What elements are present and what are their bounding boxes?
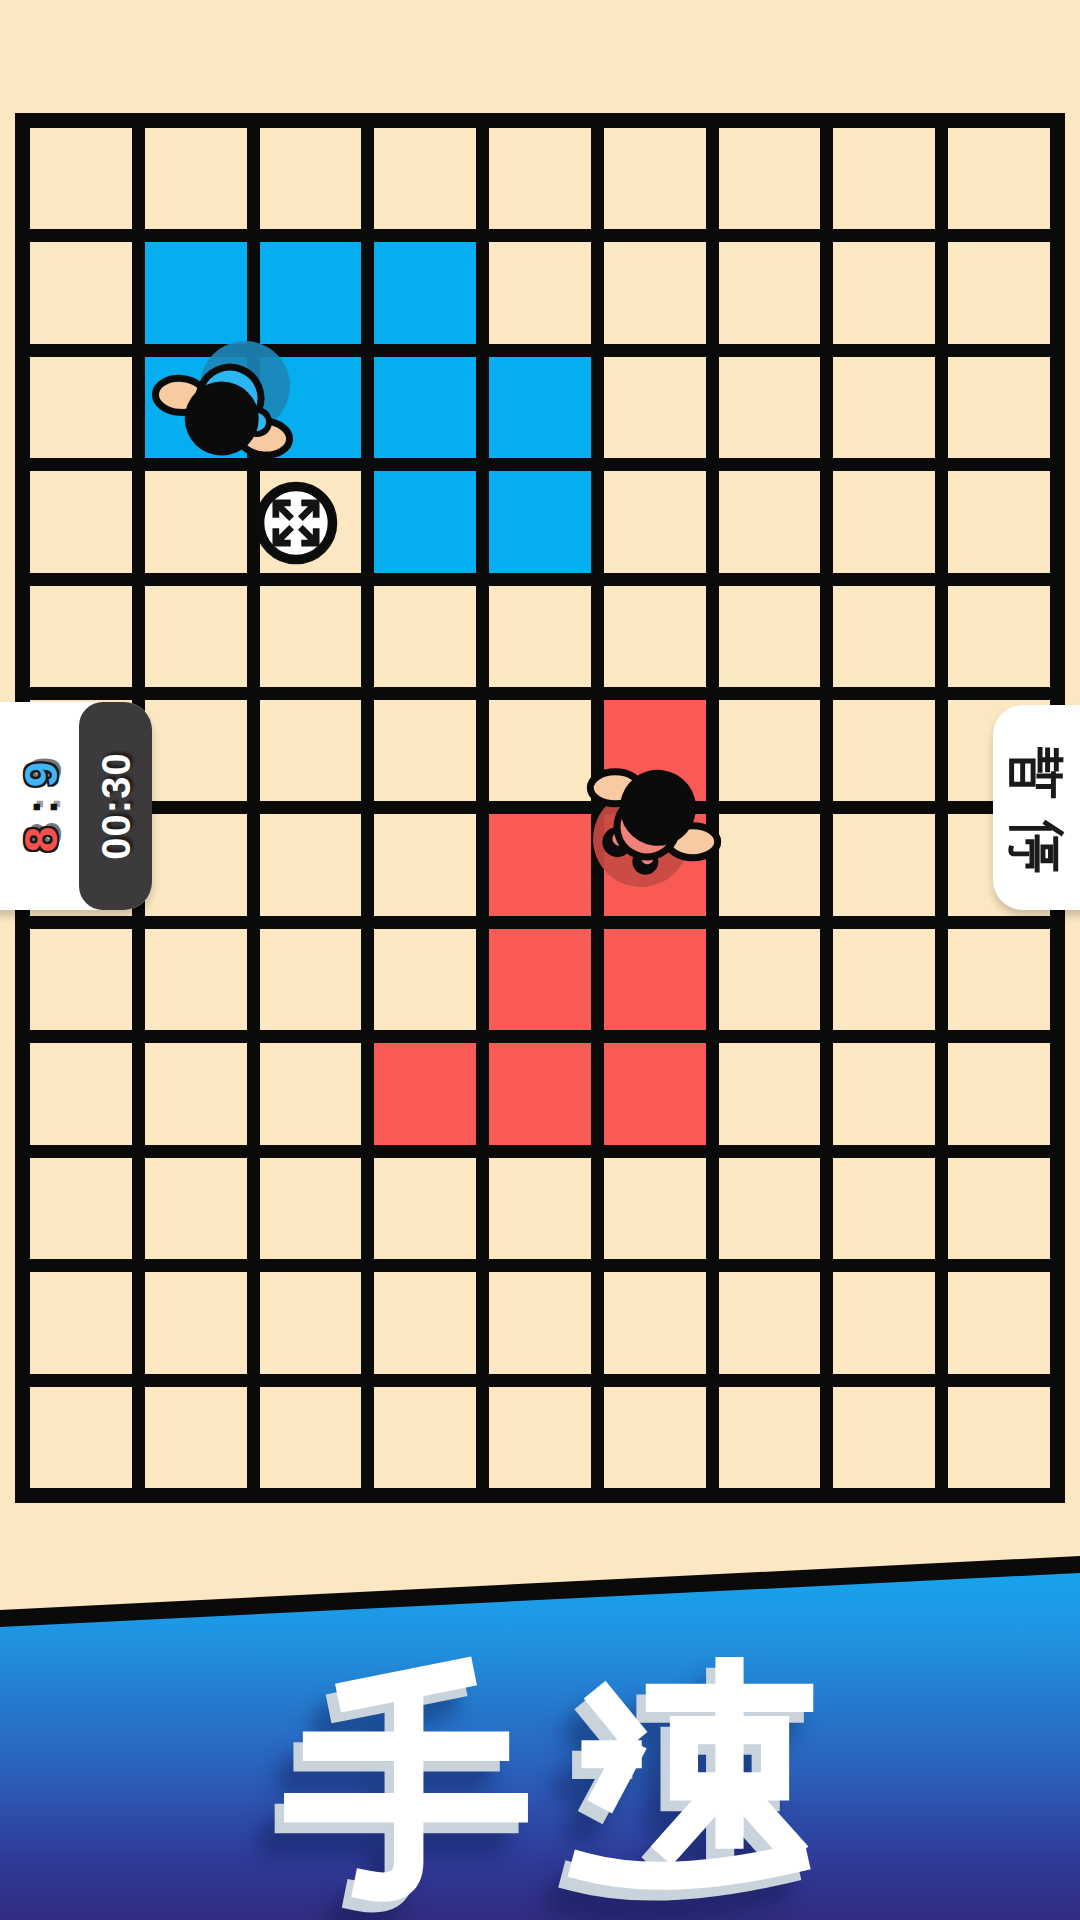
cell-r7-c2[interactable] — [145, 814, 247, 915]
cell-r1-c5[interactable] — [489, 128, 591, 229]
title-char-shou — [272, 1645, 540, 1917]
timer-display: 00:30 — [86, 706, 146, 906]
cell-r11-c8[interactable] — [833, 1272, 935, 1373]
pause-char-ting — [1007, 815, 1065, 873]
cell-r9-c7[interactable] — [719, 1043, 821, 1144]
cell-r9-c4[interactable] — [374, 1043, 476, 1144]
cell-r5-c5[interactable] — [489, 586, 591, 687]
title-char-su — [558, 1645, 826, 1917]
cell-r8-c2[interactable] — [145, 929, 247, 1030]
cell-r6-c4[interactable] — [374, 700, 476, 801]
cell-r12-c6[interactable] — [604, 1387, 706, 1488]
cell-r9-c1[interactable] — [30, 1043, 132, 1144]
cell-r10-c7[interactable] — [719, 1158, 821, 1259]
cell-r9-c2[interactable] — [145, 1043, 247, 1144]
pause-button[interactable] — [993, 705, 1080, 910]
cell-r12-c7[interactable] — [719, 1387, 821, 1488]
cell-r3-c6[interactable] — [604, 357, 706, 458]
cell-r8-c7[interactable] — [719, 929, 821, 1030]
cell-r9-c5[interactable] — [489, 1043, 591, 1144]
cell-r10-c3[interactable] — [260, 1158, 362, 1259]
cell-r9-c3[interactable] — [260, 1043, 362, 1144]
cell-r4-c5[interactable] — [489, 471, 591, 572]
cell-r10-c9[interactable] — [948, 1158, 1050, 1259]
cell-r11-c1[interactable] — [30, 1272, 132, 1373]
cell-r12-c1[interactable] — [30, 1387, 132, 1488]
cell-r7-c3[interactable] — [260, 814, 362, 915]
cell-r8-c4[interactable] — [374, 929, 476, 1030]
cell-r11-c6[interactable] — [604, 1272, 706, 1373]
cell-r6-c3[interactable] — [260, 700, 362, 801]
cell-r4-c8[interactable] — [833, 471, 935, 572]
cell-r7-c8[interactable] — [833, 814, 935, 915]
cell-r11-c9[interactable] — [948, 1272, 1050, 1373]
cell-r8-c5[interactable] — [489, 929, 591, 1030]
cell-r12-c3[interactable] — [260, 1387, 362, 1488]
cell-r6-c2[interactable] — [145, 700, 247, 801]
cell-r3-c4[interactable] — [374, 357, 476, 458]
cell-r2-c4[interactable] — [374, 242, 476, 343]
cell-r2-c5[interactable] — [489, 242, 591, 343]
game-screen: 8 : 9 00:30 — [0, 0, 1080, 1920]
blue-score: 9 — [14, 760, 68, 788]
cell-r8-c6[interactable] — [604, 929, 706, 1030]
cell-r10-c8[interactable] — [833, 1158, 935, 1259]
cell-r8-c1[interactable] — [30, 929, 132, 1030]
cell-r3-c9[interactable] — [948, 357, 1050, 458]
cell-r3-c5[interactable] — [489, 357, 591, 458]
expand-arrows-icon[interactable] — [248, 475, 344, 571]
cell-r5-c6[interactable] — [604, 586, 706, 687]
cell-r4-c1[interactable] — [30, 471, 132, 572]
cell-r1-c7[interactable] — [719, 128, 821, 229]
cell-r11-c3[interactable] — [260, 1272, 362, 1373]
cell-r1-c1[interactable] — [30, 128, 132, 229]
cell-r4-c6[interactable] — [604, 471, 706, 572]
cell-r12-c5[interactable] — [489, 1387, 591, 1488]
cell-r4-c7[interactable] — [719, 471, 821, 572]
cell-r10-c2[interactable] — [145, 1158, 247, 1259]
pause-char-zan — [1007, 743, 1065, 801]
cell-r11-c2[interactable] — [145, 1272, 247, 1373]
cell-r8-c9[interactable] — [948, 929, 1050, 1030]
cell-r2-c7[interactable] — [719, 242, 821, 343]
cell-r10-c6[interactable] — [604, 1158, 706, 1259]
cell-r12-c9[interactable] — [948, 1387, 1050, 1488]
cell-r5-c8[interactable] — [833, 586, 935, 687]
cell-r9-c9[interactable] — [948, 1043, 1050, 1144]
cell-r1-c3[interactable] — [260, 128, 362, 229]
cell-r6-c8[interactable] — [833, 700, 935, 801]
cell-r5-c4[interactable] — [374, 586, 476, 687]
cell-r5-c9[interactable] — [948, 586, 1050, 687]
cell-r10-c4[interactable] — [374, 1158, 476, 1259]
cell-r3-c1[interactable] — [30, 357, 132, 458]
cell-r10-c1[interactable] — [30, 1158, 132, 1259]
cell-r2-c1[interactable] — [30, 242, 132, 343]
cell-r1-c9[interactable] — [948, 128, 1050, 229]
cell-r9-c8[interactable] — [833, 1043, 935, 1144]
cell-r11-c7[interactable] — [719, 1272, 821, 1373]
cell-r3-c7[interactable] — [719, 357, 821, 458]
cell-r7-c4[interactable] — [374, 814, 476, 915]
cell-r2-c9[interactable] — [948, 242, 1050, 343]
red-score: 8 — [14, 825, 68, 853]
cell-r5-c7[interactable] — [719, 586, 821, 687]
cell-r5-c3[interactable] — [260, 586, 362, 687]
score-separator: : — [14, 797, 68, 814]
cell-r4-c9[interactable] — [948, 471, 1050, 572]
red-player-character — [560, 718, 750, 908]
cell-r3-c8[interactable] — [833, 357, 935, 458]
cell-r1-c8[interactable] — [833, 128, 935, 229]
cell-r11-c5[interactable] — [489, 1272, 591, 1373]
cell-r8-c3[interactable] — [260, 929, 362, 1030]
cell-r12-c4[interactable] — [374, 1387, 476, 1488]
cell-r4-c4[interactable] — [374, 471, 476, 572]
cell-r8-c8[interactable] — [833, 929, 935, 1030]
cell-r9-c6[interactable] — [604, 1043, 706, 1144]
cell-r11-c4[interactable] — [374, 1272, 476, 1373]
cell-r5-c1[interactable] — [30, 586, 132, 687]
cell-r1-c4[interactable] — [374, 128, 476, 229]
cell-r12-c2[interactable] — [145, 1387, 247, 1488]
cell-r10-c5[interactable] — [489, 1158, 591, 1259]
cell-r2-c8[interactable] — [833, 242, 935, 343]
cell-r1-c2[interactable] — [145, 128, 247, 229]
cell-r2-c6[interactable] — [604, 242, 706, 343]
score-display: 8 : 9 — [11, 706, 71, 906]
game-title — [272, 1645, 826, 1917]
cell-r1-c6[interactable] — [604, 128, 706, 229]
cell-r12-c8[interactable] — [833, 1387, 935, 1488]
cell-r5-c2[interactable] — [145, 586, 247, 687]
